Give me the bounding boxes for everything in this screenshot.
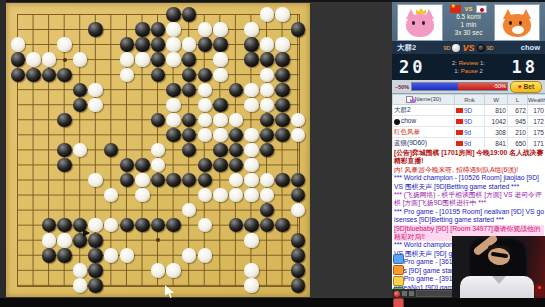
white-stone [120, 68, 134, 82]
white-stone-icon [452, 44, 460, 52]
stat-value: 672 [508, 105, 528, 116]
black-stone [42, 218, 56, 232]
stat-value: 308 [485, 127, 508, 138]
white-stone [213, 22, 227, 36]
right-player-rank: 9D [487, 45, 494, 51]
black-stone [260, 128, 274, 142]
black-stone [213, 143, 227, 157]
white-stone [166, 37, 180, 51]
white-stone [120, 248, 134, 262]
black-stone [229, 158, 243, 172]
black-stone [275, 113, 289, 127]
player-header: VS 6.5 komi 1 min 3x 30 sec [392, 2, 545, 41]
white-stone [73, 52, 87, 66]
white-stone [166, 22, 180, 36]
black-stone [135, 22, 149, 36]
emoji-icon[interactable] [402, 291, 407, 296]
star-icon[interactable] [393, 276, 404, 286]
stat-value: 1042 [485, 116, 508, 127]
white-stone [244, 278, 258, 292]
white-stone [135, 188, 149, 202]
black-stone [57, 68, 71, 82]
black-stone [57, 248, 71, 262]
white-stone [166, 52, 180, 66]
white-stone [291, 128, 305, 142]
vs-label: VS [462, 43, 474, 53]
white-stone [151, 143, 165, 157]
friends-icon[interactable] [393, 265, 404, 275]
white-stone [88, 218, 102, 232]
player-name: 大群2 [394, 106, 411, 113]
col-header[interactable]: Rnk [455, 95, 485, 105]
japan-flag-icon [476, 5, 487, 13]
table-row[interactable]: chow9D1042945172 [393, 116, 545, 127]
rank-value: 9d [464, 129, 471, 136]
stat-value: 170 [528, 105, 545, 116]
white-stone [260, 173, 274, 187]
black-stone [275, 128, 289, 142]
flag-icon [456, 130, 463, 135]
white-stone [104, 248, 118, 262]
flag-icon [456, 108, 463, 113]
black-stone [229, 83, 243, 97]
white-stone [260, 188, 274, 202]
white-stone [244, 173, 258, 187]
stat-value: 175 [528, 127, 545, 138]
black-stone [229, 143, 243, 157]
white-stone [213, 128, 227, 142]
black-stone [275, 173, 289, 187]
white-stone [42, 52, 56, 66]
bet-red-segment: -50% [458, 83, 507, 90]
black-stone [260, 143, 274, 157]
table-row[interactable]: 大群29D810672170 [393, 105, 545, 116]
white-stone [213, 188, 227, 202]
left-player-rank: 9D [443, 45, 450, 51]
black-stone [120, 173, 134, 187]
heart-icon: ♥ [518, 83, 522, 90]
settings-icon[interactable] [409, 291, 414, 296]
white-stone [229, 173, 243, 187]
black-stone [11, 68, 25, 82]
black-stone [229, 128, 243, 142]
black-stone [291, 278, 305, 292]
black-stone [213, 158, 227, 172]
white-stone [198, 188, 212, 202]
white-stone [260, 68, 274, 82]
stat-value: 171 [528, 138, 545, 149]
black-stone [275, 52, 289, 66]
white-stone [229, 188, 243, 202]
black-stone [57, 158, 71, 172]
player-name: chow [401, 117, 416, 124]
pause-label: Pause [461, 68, 478, 74]
stat-value: 650 [508, 138, 528, 149]
black-stone [244, 52, 258, 66]
white-stone [244, 98, 258, 112]
black-stone [198, 173, 212, 187]
vs-mini-label: VS [464, 6, 472, 12]
black-stone [42, 248, 56, 262]
white-stone [11, 37, 25, 51]
mic-led-icon [535, 284, 544, 297]
black-stone [213, 98, 227, 112]
white-stone [73, 278, 87, 292]
white-stone [166, 98, 180, 112]
flag-icon [456, 141, 463, 146]
black-stone [229, 218, 243, 232]
stat-value: 810 [485, 105, 508, 116]
black-stone [260, 203, 274, 217]
black-stone [73, 83, 87, 97]
white-stone [260, 7, 274, 21]
table-row[interactable]: 红色风暴9d308210175 [393, 127, 545, 138]
white-stone [73, 263, 87, 277]
black-stone [135, 37, 149, 51]
black-stone [275, 218, 289, 232]
right-player-avatar[interactable] [494, 4, 540, 41]
black-stone [151, 113, 165, 127]
score-bar: 20 2: Review 1: 1: Pause 2 18 [392, 54, 545, 80]
white-stone [26, 52, 40, 66]
white-stone [213, 52, 227, 66]
white-stone [135, 173, 149, 187]
alert-icon[interactable] [393, 298, 404, 307]
white-stone [198, 218, 212, 232]
rooms-icon[interactable] [393, 254, 404, 264]
black-stone-icon [477, 44, 485, 52]
white-stone [198, 128, 212, 142]
black-stone [26, 68, 40, 82]
white-stone [120, 52, 134, 66]
col-header[interactable]: Name(30) [393, 95, 455, 105]
black-stone [198, 37, 212, 51]
black-stone [182, 68, 196, 82]
black-stone [135, 158, 149, 172]
board-stone-grid[interactable] [10, 7, 306, 293]
star-point [63, 58, 67, 62]
black-stone [244, 218, 258, 232]
chat-message: [公告]弈城围棋 [1701房间] 今晚19:00 名人战决赛 精彩直播! [394, 149, 544, 166]
white-stone [57, 233, 71, 247]
white-stone [213, 113, 227, 127]
white-stone [42, 233, 56, 247]
black-stone [260, 113, 274, 127]
left-player-avatar[interactable] [397, 4, 443, 41]
black-stone [135, 218, 149, 232]
chat-message: *** Pro game - [10195 Room] nealivan [9D… [394, 208, 544, 225]
black-stone [182, 173, 196, 187]
white-stone [260, 83, 274, 97]
chat-toolbar[interactable] [393, 254, 404, 307]
white-stone [166, 263, 180, 277]
black-stone [291, 173, 305, 187]
rank-value: 9D [464, 107, 472, 114]
white-stone [244, 128, 258, 142]
black-stone [166, 173, 180, 187]
white-stone [275, 7, 289, 21]
white-stone [244, 22, 258, 36]
black-stone [151, 22, 165, 36]
white-stone [244, 233, 258, 247]
chat-message: 内! 风暴游今晚来呀, 招待遇到队A组(6强)! [394, 166, 544, 174]
black-stone [291, 263, 305, 277]
black-stone [151, 52, 165, 66]
white-stone [198, 22, 212, 36]
white-stone [198, 98, 212, 112]
white-stone [182, 37, 196, 51]
black-stone [182, 143, 196, 157]
black-stone [166, 128, 180, 142]
white-stone [213, 68, 227, 82]
black-stone [120, 37, 134, 51]
stat-value: 172 [528, 116, 545, 127]
white-stone [151, 263, 165, 277]
white-stone [244, 143, 258, 157]
black-stone [166, 83, 180, 97]
black-stone [244, 37, 258, 51]
black-stone [88, 263, 102, 277]
black-stone [260, 218, 274, 232]
china-flag-icon [450, 5, 461, 13]
left-player-score: 20 [399, 57, 425, 77]
white-stone [229, 113, 243, 127]
col-header[interactable]: W [485, 95, 508, 105]
komi-label: 6.5 komi [444, 13, 493, 21]
black-stone [88, 233, 102, 247]
black-stone [182, 7, 196, 21]
player-ranking-table[interactable]: Name(30)RnkWLWealth 大群29D810672170chow9D… [392, 93, 545, 149]
black-stone [213, 37, 227, 51]
white-stone [198, 113, 212, 127]
black-stone [120, 218, 134, 232]
bottom-edge-bar [0, 298, 545, 307]
white-stone [88, 83, 102, 97]
rank-value: 9d [464, 140, 471, 147]
black-stone [151, 218, 165, 232]
stat-value: 945 [508, 116, 528, 127]
crown-icon [416, 8, 426, 14]
white-stone [291, 113, 305, 127]
bet-button[interactable]: ♥ Bet [510, 81, 542, 93]
white-stone [260, 98, 274, 112]
white-stone [166, 113, 180, 127]
black-stone [291, 248, 305, 262]
black-stone [88, 22, 102, 36]
white-stone [244, 188, 258, 202]
white-stone [73, 143, 87, 157]
player-name: 红色风暴 [394, 128, 420, 135]
black-stone [260, 52, 274, 66]
white-stone [151, 158, 165, 172]
black-stone [275, 68, 289, 82]
flag-icon [456, 119, 463, 124]
bet-blue-segment [412, 83, 457, 90]
match-info: VS 6.5 komi 1 min 3x 30 sec [444, 4, 493, 40]
left-player-name: 大群2 [397, 43, 416, 53]
stat-value: 210 [508, 127, 528, 138]
col-header[interactable]: L [508, 95, 528, 105]
black-stone [151, 68, 165, 82]
black-stone [198, 68, 212, 82]
chat-message: *** (飞扬网络) - 棋手相谈围棋 [方圆] VS 老司令评棋 [方圆]飞扬… [394, 191, 544, 208]
white-stone [244, 263, 258, 277]
black-stone [182, 113, 196, 127]
white-stone [104, 218, 118, 232]
white-stone [88, 98, 102, 112]
white-stone [198, 248, 212, 262]
white-stone [104, 188, 118, 202]
black-stone [104, 143, 118, 157]
table-row[interactable]: 蓝猫(9D60)9d841650171 [393, 138, 545, 149]
white-stone [275, 37, 289, 51]
white-stone [182, 203, 196, 217]
star-point [156, 238, 160, 242]
black-stone [151, 37, 165, 51]
bet-left-percent: ~50% [395, 84, 409, 90]
black-stone [291, 188, 305, 202]
black-stone [88, 278, 102, 292]
black-stone [57, 113, 71, 127]
white-stone [244, 158, 258, 172]
black-stone [275, 83, 289, 97]
black-stone [42, 68, 56, 82]
rank-value: 9D [464, 118, 472, 125]
black-stone [166, 7, 180, 21]
bet-right-percent: -50% [493, 83, 506, 89]
game-info-panel: VS 6.5 komi 1 min 3x 30 sec 大群2 9D VS 9D… [392, 2, 545, 298]
names-bar: 大群2 9D VS 9D chow [392, 41, 545, 54]
stat-value: 841 [485, 138, 508, 149]
col-header[interactable]: Wealth [528, 95, 545, 105]
black-stone [73, 98, 87, 112]
black-stone [11, 52, 25, 66]
streamer-webcam [452, 236, 545, 298]
bet-ratio-bar: -50% [411, 82, 508, 91]
black-stone [88, 248, 102, 262]
main-time-label: 1 min [444, 21, 493, 29]
record-icon[interactable] [394, 291, 400, 297]
white-stone [57, 37, 71, 51]
black-stone [151, 173, 165, 187]
stone-icon [394, 119, 400, 125]
betting-bar: ~50% -50% ♥ Bet [392, 80, 545, 93]
black-stone [182, 128, 196, 142]
white-stone [182, 248, 196, 262]
right-player-name: chow [521, 43, 540, 52]
review-label: Review [459, 60, 479, 66]
right-player-score: 18 [512, 57, 538, 77]
white-stone [260, 37, 274, 51]
black-stone [275, 98, 289, 112]
black-stone [291, 233, 305, 247]
black-stone [182, 83, 196, 97]
white-stone [291, 203, 305, 217]
black-stone [120, 158, 134, 172]
white-stone [135, 52, 149, 66]
chat-message: *** World champion - [10526 Room] jiaoji… [394, 174, 544, 191]
black-stone [166, 218, 180, 232]
review-pause-status: 2: Review 1: 1: Pause 2 [452, 59, 485, 75]
white-stone [198, 83, 212, 97]
black-stone [57, 143, 71, 157]
byoyomi-label: 3x 30 sec [444, 29, 493, 37]
player-name: 蓝猫(9D60) [394, 139, 427, 146]
black-stone [182, 52, 196, 66]
black-stone [291, 22, 305, 36]
black-stone [198, 158, 212, 172]
black-stone [57, 218, 71, 232]
white-stone [244, 83, 258, 97]
white-stone [88, 173, 102, 187]
go-board[interactable] [6, 3, 310, 297]
